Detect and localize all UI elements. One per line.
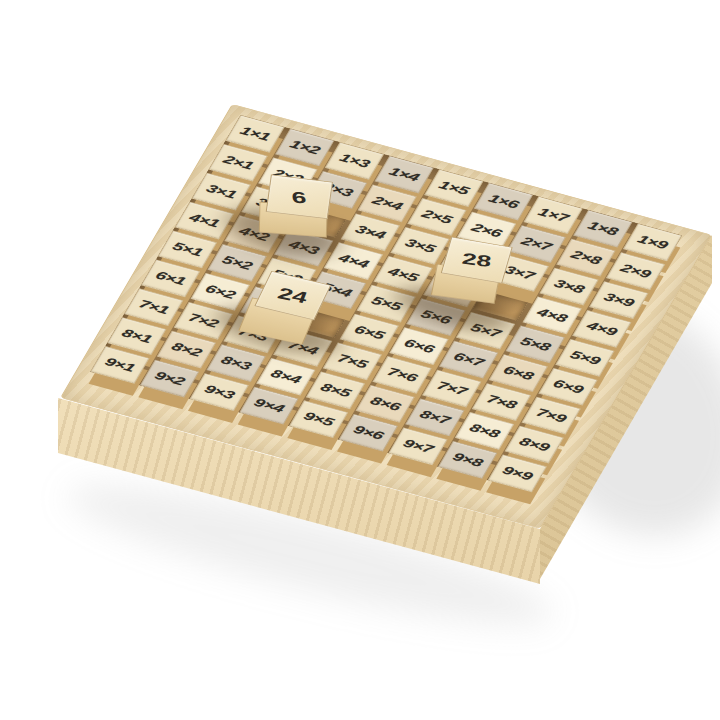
tile-label: 9×7	[400, 437, 435, 456]
tile-label: 8×5	[318, 381, 353, 400]
product-photo-scene: 1×11×21×31×41×51×61×71×81×92×12×22×32×42…	[0, 0, 720, 720]
tile-label: 7×6	[384, 365, 419, 384]
tile-label: 7×1	[136, 297, 171, 316]
tile-label: 6×5	[352, 323, 387, 342]
tile-label: 2×9	[618, 261, 653, 280]
tile-label: 1×1	[237, 124, 272, 143]
tile-label: 2×1	[221, 153, 256, 172]
tile-label: 8×6	[368, 394, 403, 413]
tile-label: 9×8	[450, 450, 485, 469]
tile-label: 2×8	[568, 248, 603, 267]
tile-label: 6×1	[153, 269, 188, 288]
tile-label: 6×8	[501, 363, 536, 382]
tile-label: 7×8	[484, 392, 519, 411]
tile-label: 3×4	[353, 223, 388, 242]
cube-answer-label: 24	[275, 284, 310, 307]
tile-label: 8×2	[169, 340, 204, 359]
tile-label: 4×4	[336, 251, 371, 270]
tile-label: 2×5	[419, 207, 454, 226]
tile-label: 6×9	[550, 377, 585, 396]
tile-label: 4×5	[385, 265, 420, 284]
tile-label: 8×9	[517, 435, 552, 454]
tile-label: 5×1	[170, 240, 205, 259]
tile-label: 8×1	[119, 326, 154, 345]
tile-label: 1×5	[436, 178, 471, 197]
tile-label: 8×7	[417, 408, 452, 427]
tile-label: 9×6	[351, 423, 386, 442]
tile-label: 9×2	[152, 369, 187, 388]
tile-label: 8×8	[467, 421, 502, 440]
tile-label: 9×1	[102, 355, 137, 374]
tile-label: 5×8	[518, 335, 553, 354]
tile-label: 8×3	[219, 353, 254, 372]
tile-label: 1×6	[486, 192, 521, 211]
tile-label: 6×7	[451, 350, 486, 369]
tile-label: 9×4	[251, 396, 286, 415]
tile-label: 8×4	[268, 367, 303, 386]
tile-label: 7×9	[534, 406, 569, 425]
tile-label: 6×6	[401, 336, 436, 355]
tile-label: 4×1	[187, 211, 222, 230]
tile-label: 5×2	[220, 253, 255, 272]
tile-label: 2×7	[519, 234, 554, 253]
tile-label: 3×9	[601, 290, 636, 309]
tile-label: 9×9	[500, 464, 535, 483]
tile-label: 2×4	[370, 194, 405, 213]
cube-top-face: 9	[266, 175, 333, 219]
tile-label: 4×8	[535, 306, 570, 325]
tile-label: 1×8	[585, 219, 620, 238]
tile-label: 7×7	[434, 379, 469, 398]
tile-label: 3×5	[402, 236, 437, 255]
tile-label: 6×2	[203, 282, 238, 301]
tile-label: 3×8	[551, 277, 586, 296]
tile-label: 3×1	[204, 182, 239, 201]
cube-answer-label: 9	[291, 187, 308, 206]
tile-label: 7×2	[186, 311, 221, 330]
tile-label: 1×4	[387, 165, 422, 184]
tile-label: 1×7	[536, 205, 571, 224]
tile-label: 2×6	[469, 221, 504, 240]
tile-label: 9×5	[301, 409, 336, 428]
tile-label: 5×9	[567, 348, 602, 367]
tile-label: 1×3	[337, 151, 372, 170]
tile-label: 9×3	[202, 382, 237, 401]
answer-cube-9[interactable]: 9	[266, 175, 333, 219]
tile-label: 1×2	[287, 138, 322, 157]
tile-label: 7×5	[335, 352, 370, 371]
tile-label: 1×9	[635, 233, 670, 252]
cube-answer-label: 28	[461, 249, 493, 271]
tile-label: 4×9	[584, 319, 619, 338]
